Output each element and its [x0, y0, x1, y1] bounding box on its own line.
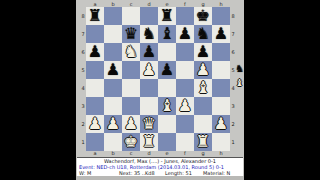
square-d4	[140, 79, 158, 97]
bottom-strip	[76, 176, 244, 180]
black-bishop-e7: ♝	[160, 25, 174, 43]
white-rook-d1: ♜	[142, 133, 156, 151]
square-e6	[158, 43, 176, 61]
file-label-bottom-h: h	[212, 151, 230, 156]
square-e8: ♜	[158, 7, 176, 25]
white-knight-c6: ♞	[124, 43, 138, 61]
white-pawn-f3: ♟	[178, 97, 192, 115]
square-h5	[212, 61, 230, 79]
square-g4: ♝	[194, 79, 212, 97]
square-f7: ♟	[176, 25, 194, 43]
square-h6	[212, 43, 230, 61]
square-d1: ♜	[140, 133, 158, 151]
rank-label-right-1: 1	[230, 133, 236, 151]
rank-label-right-6: 6	[230, 43, 236, 61]
black-king-g8: ♚	[196, 7, 210, 25]
file-label-bottom-d: d	[140, 151, 158, 156]
square-c2: ♟	[122, 115, 140, 133]
rank-label-right-8: 8	[230, 7, 236, 25]
square-e2	[158, 115, 176, 133]
square-f5	[176, 61, 194, 79]
black-pawn-f7: ♟	[178, 25, 192, 43]
square-d6: ♟	[140, 43, 158, 61]
square-f1	[176, 133, 194, 151]
square-f8	[176, 7, 194, 25]
black-pawn-d6: ♟	[142, 43, 156, 61]
rank-label-right-2: 2	[230, 115, 236, 133]
square-g7: ♞	[194, 25, 212, 43]
square-e5: ♟	[158, 61, 176, 79]
file-label-bottom-g: g	[194, 151, 212, 156]
black-rook-a8: ♜	[88, 7, 102, 25]
square-h7: ♟	[212, 25, 230, 43]
square-h2: ♟	[212, 115, 230, 133]
square-g3	[194, 97, 212, 115]
square-g2	[194, 115, 212, 133]
file-label-bottom-c: c	[122, 151, 140, 156]
square-d7: ♞	[140, 25, 158, 43]
file-label-bottom-e: e	[158, 151, 176, 156]
square-c8	[122, 7, 140, 25]
square-f3: ♟	[176, 97, 194, 115]
white-bishop-g4: ♝	[196, 79, 210, 97]
file-label-bottom-f: f	[176, 151, 194, 156]
square-f2	[176, 115, 194, 133]
black-queen-c7: ♛	[124, 25, 138, 43]
square-b2: ♟	[104, 115, 122, 133]
black-pawn-h7: ♟	[214, 25, 228, 43]
square-a6: ♟	[86, 43, 104, 61]
material-tray: ♞ ♝	[235, 63, 244, 88]
square-e4	[158, 79, 176, 97]
square-b6	[104, 43, 122, 61]
black-rook-e8: ♜	[160, 7, 174, 25]
black-pawn-b5: ♟	[106, 61, 120, 79]
square-c5	[122, 61, 140, 79]
square-d8	[140, 7, 158, 25]
black-knight-d7: ♞	[142, 25, 156, 43]
square-b4	[104, 79, 122, 97]
white-pawn-b2: ♟	[106, 115, 120, 133]
rank-label-right-7: 7	[230, 25, 236, 43]
square-d3	[140, 97, 158, 115]
rank-label-right-3: 3	[230, 97, 236, 115]
white-pawn-h2: ♟	[214, 115, 228, 133]
file-label-bottom-b: b	[104, 151, 122, 156]
square-e3: ♝	[158, 97, 176, 115]
square-f6	[176, 43, 194, 61]
captured-black-knight-icon: ♞	[235, 63, 244, 74]
chess-app-window: abcdefgh8♜♜♚87♛♞♝♟♞♟76♟♞♟♟65♟♟♟♟54♝43♝♟3…	[76, 0, 244, 180]
square-e1	[158, 133, 176, 151]
square-g5: ♟	[194, 61, 212, 79]
file-label-bottom-a: a	[86, 151, 104, 156]
square-b8	[104, 7, 122, 25]
square-a8: ♜	[86, 7, 104, 25]
square-b5: ♟	[104, 61, 122, 79]
square-c3	[122, 97, 140, 115]
square-f4	[176, 79, 194, 97]
square-a3	[86, 97, 104, 115]
square-c4	[122, 79, 140, 97]
square-e7: ♝	[158, 25, 176, 43]
white-bishop-e3: ♝	[160, 97, 174, 115]
chess-board: abcdefgh8♜♜♚87♛♞♝♟♞♟76♟♞♟♟65♟♟♟♟54♝43♝♟3…	[80, 2, 236, 156]
white-pawn-g5: ♟	[196, 61, 210, 79]
square-h8	[212, 7, 230, 25]
white-pawn-c2: ♟	[124, 115, 138, 133]
white-rook-g1: ♜	[196, 133, 210, 151]
square-c1: ♚	[122, 133, 140, 151]
square-a7	[86, 25, 104, 43]
square-g8: ♚	[194, 7, 212, 25]
square-g1: ♜	[194, 133, 212, 151]
square-a4	[86, 79, 104, 97]
square-a2: ♟	[86, 115, 104, 133]
square-b1	[104, 133, 122, 151]
square-a5	[86, 61, 104, 79]
corner	[230, 151, 236, 156]
square-a1	[86, 133, 104, 151]
square-c7: ♛	[122, 25, 140, 43]
square-h3	[212, 97, 230, 115]
black-pawn-a6: ♟	[88, 43, 102, 61]
square-h4	[212, 79, 230, 97]
white-queen-d2: ♛	[142, 115, 156, 133]
black-knight-g7: ♞	[196, 25, 210, 43]
captured-white-bishop-icon: ♝	[235, 77, 244, 88]
square-b3	[104, 97, 122, 115]
square-d5: ♟	[140, 61, 158, 79]
white-pawn-a2: ♟	[88, 115, 102, 133]
square-g6: ♟	[194, 43, 212, 61]
game-info-panel: Wachendorf, Max (....) - Junes, Alexande…	[77, 157, 243, 176]
square-c6: ♞	[122, 43, 140, 61]
square-b7	[104, 25, 122, 43]
white-king-c1: ♚	[124, 133, 138, 151]
square-d2: ♛	[140, 115, 158, 133]
black-pawn-g6: ♟	[196, 43, 210, 61]
square-h1	[212, 133, 230, 151]
black-pawn-e5: ♟	[160, 61, 174, 79]
white-pawn-d5: ♟	[142, 61, 156, 79]
